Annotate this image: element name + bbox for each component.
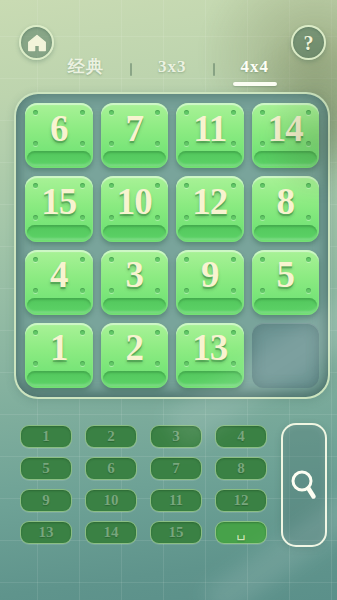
tile-number: 8 (252, 176, 320, 226)
ref-cell-3: 3 (150, 425, 202, 448)
reference-grid: 123456789101112131415␣ (20, 425, 267, 544)
home-icon (26, 32, 48, 54)
help-label: ? (304, 33, 314, 53)
tile-lip (103, 225, 167, 240)
tile-lip (103, 371, 167, 386)
tile-number: 6 (25, 103, 93, 153)
ref-cell-12: 12 (215, 489, 267, 512)
tile-lip (178, 298, 242, 313)
tile-number: 2 (101, 323, 169, 373)
empty-cell (252, 323, 320, 388)
tile-15[interactable]: 15 (25, 176, 93, 241)
tile-7[interactable]: 7 (101, 103, 169, 168)
tile-lip (103, 298, 167, 313)
tile-number: 13 (176, 323, 244, 373)
tile-lip (254, 225, 318, 240)
tile-number: 1 (25, 323, 93, 373)
tile-8[interactable]: 8 (252, 176, 320, 241)
tile-lip (27, 371, 91, 386)
ref-cell-14: 14 (85, 521, 137, 544)
tile-12[interactable]: 12 (176, 176, 244, 241)
magnifier-button[interactable] (281, 423, 327, 547)
tile-lip (103, 151, 167, 166)
tile-4[interactable]: 4 (25, 250, 93, 315)
tile-lip (178, 371, 242, 386)
tile-lip (254, 151, 318, 166)
ref-cell-7: 7 (150, 457, 202, 480)
tile-11[interactable]: 11 (176, 103, 244, 168)
ref-cell-10: 10 (85, 489, 137, 512)
tile-number: 4 (25, 250, 93, 300)
tile-number: 5 (252, 250, 320, 300)
mode-tabs: 经典 3x3 4x4 (0, 54, 337, 86)
tab-separator (130, 63, 132, 76)
tile-lip (27, 151, 91, 166)
tile-lip (254, 298, 318, 313)
ref-cell-1: 1 (20, 425, 72, 448)
ref-cell-6: 6 (85, 457, 137, 480)
tile-lip (27, 298, 91, 313)
tile-14[interactable]: 14 (252, 103, 320, 168)
tile-2[interactable]: 2 (101, 323, 169, 388)
tile-number: 7 (101, 103, 169, 153)
tile-number: 15 (25, 176, 93, 226)
tile-10[interactable]: 10 (101, 176, 169, 241)
app: ? 经典 3x3 4x4 671114151012843951213 12345… (0, 0, 337, 600)
tab-classic[interactable]: 经典 (65, 54, 107, 86)
tab-3x3[interactable]: 3x3 (155, 54, 190, 86)
ref-cell-9: 9 (20, 489, 72, 512)
tile-9[interactable]: 9 (176, 250, 244, 315)
tile-number: 11 (176, 103, 244, 153)
puzzle-board: 671114151012843951213 (14, 92, 330, 399)
ref-cell-2: 2 (85, 425, 137, 448)
ref-cell-11: 11 (150, 489, 202, 512)
ref-cell-8: 8 (215, 457, 267, 480)
tile-number: 12 (176, 176, 244, 226)
ref-cell-4: 4 (215, 425, 267, 448)
tile-number: 3 (101, 250, 169, 300)
tile-3[interactable]: 3 (101, 250, 169, 315)
tile-13[interactable]: 13 (176, 323, 244, 388)
tile-1[interactable]: 1 (25, 323, 93, 388)
ref-cell-13: 13 (20, 521, 72, 544)
tile-lip (27, 225, 91, 240)
tile-number: 14 (252, 103, 320, 153)
ref-cell-15: 15 (150, 521, 202, 544)
tile-number: 10 (101, 176, 169, 226)
ref-cell-5: 5 (20, 457, 72, 480)
tile-6[interactable]: 6 (25, 103, 93, 168)
magnifier-icon (288, 468, 320, 502)
tile-number: 9 (176, 250, 244, 300)
tab-separator (213, 63, 215, 76)
tile-5[interactable]: 5 (252, 250, 320, 315)
tile-lip (178, 151, 242, 166)
tab-4x4[interactable]: 4x4 (238, 54, 273, 86)
tile-lip (178, 225, 242, 240)
ref-cell-blank: ␣ (215, 521, 267, 544)
